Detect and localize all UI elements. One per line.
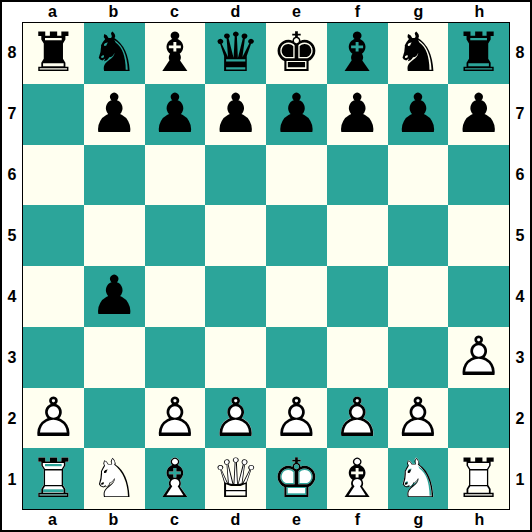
file-label-bottom-d: d bbox=[205, 510, 266, 530]
piece-black-pawn[interactable]: ♟ bbox=[84, 84, 145, 145]
square-g6[interactable] bbox=[388, 145, 449, 206]
piece-black-rook[interactable]: ♜ bbox=[448, 23, 509, 84]
square-f8[interactable]: ♝ bbox=[327, 23, 388, 84]
square-h8[interactable]: ♜ bbox=[448, 23, 509, 84]
square-h2[interactable] bbox=[448, 388, 509, 449]
square-f2[interactable]: ♟♙ bbox=[327, 388, 388, 449]
square-e7[interactable]: ♟ bbox=[266, 84, 327, 145]
square-c8[interactable]: ♝ bbox=[145, 23, 206, 84]
square-c2[interactable]: ♟♙ bbox=[145, 388, 206, 449]
file-label-bottom-c: c bbox=[144, 510, 205, 530]
piece-white-rook[interactable]: ♜♖ bbox=[448, 448, 509, 509]
rank-label-right-8: 8 bbox=[510, 22, 530, 83]
rank-label-left-6: 6 bbox=[2, 144, 22, 205]
rank-label-left-7: 7 bbox=[2, 83, 22, 144]
square-a3[interactable] bbox=[23, 327, 84, 388]
piece-black-pawn[interactable]: ♟ bbox=[145, 84, 206, 145]
file-label-top-d: d bbox=[205, 2, 266, 22]
square-h1[interactable]: ♜♖ bbox=[448, 448, 509, 509]
square-a7[interactable] bbox=[23, 84, 84, 145]
rank-label-right-2: 2 bbox=[510, 388, 530, 449]
file-label-top-c: c bbox=[144, 2, 205, 22]
piece-black-pawn[interactable]: ♟ bbox=[84, 266, 145, 327]
square-g2[interactable]: ♟♙ bbox=[388, 388, 449, 449]
square-h7[interactable]: ♟ bbox=[448, 84, 509, 145]
square-b6[interactable] bbox=[84, 145, 145, 206]
piece-white-king[interactable]: ♚♔ bbox=[266, 448, 327, 509]
square-g3[interactable] bbox=[388, 327, 449, 388]
square-a6[interactable] bbox=[23, 145, 84, 206]
square-f5[interactable] bbox=[327, 205, 388, 266]
square-b5[interactable] bbox=[84, 205, 145, 266]
square-d2[interactable]: ♟♙ bbox=[205, 388, 266, 449]
square-h6[interactable] bbox=[448, 145, 509, 206]
chess-board: ♜♞♝♛♚♝♞♜♟♟♟♟♟♟♟♟♟♙♟♙♟♙♟♙♟♙♟♙♟♙♜♖♞♘♝♗♛♕♚♔… bbox=[22, 22, 510, 510]
rank-label-right-4: 4 bbox=[510, 266, 530, 327]
file-label-top-b: b bbox=[83, 2, 144, 22]
file-label-bottom-b: b bbox=[83, 510, 144, 530]
piece-black-pawn[interactable]: ♟ bbox=[266, 84, 327, 145]
piece-black-queen[interactable]: ♛ bbox=[205, 23, 266, 84]
square-c5[interactable] bbox=[145, 205, 206, 266]
square-g5[interactable] bbox=[388, 205, 449, 266]
file-label-bottom-f: f bbox=[327, 510, 388, 530]
rank-label-right-6: 6 bbox=[510, 144, 530, 205]
piece-white-pawn[interactable]: ♟♙ bbox=[145, 388, 206, 449]
square-f1[interactable]: ♝♗ bbox=[327, 448, 388, 509]
square-g1[interactable]: ♞♘ bbox=[388, 448, 449, 509]
square-e4[interactable] bbox=[266, 266, 327, 327]
rank-label-left-5: 5 bbox=[2, 205, 22, 266]
square-d6[interactable] bbox=[205, 145, 266, 206]
piece-white-knight[interactable]: ♞♘ bbox=[388, 448, 449, 509]
piece-white-queen[interactable]: ♛♕ bbox=[205, 448, 266, 509]
square-a5[interactable] bbox=[23, 205, 84, 266]
piece-white-pawn[interactable]: ♟♙ bbox=[205, 388, 266, 449]
piece-white-pawn[interactable]: ♟♙ bbox=[388, 388, 449, 449]
rank-label-left-8: 8 bbox=[2, 22, 22, 83]
square-d5[interactable] bbox=[205, 205, 266, 266]
piece-white-pawn[interactable]: ♟♙ bbox=[327, 388, 388, 449]
square-e3[interactable] bbox=[266, 327, 327, 388]
square-b8[interactable]: ♞ bbox=[84, 23, 145, 84]
piece-black-bishop[interactable]: ♝ bbox=[327, 23, 388, 84]
square-b2[interactable] bbox=[84, 388, 145, 449]
square-a8[interactable]: ♜ bbox=[23, 23, 84, 84]
chessboard-screenshot: ♜♞♝♛♚♝♞♜♟♟♟♟♟♟♟♟♟♙♟♙♟♙♟♙♟♙♟♙♟♙♜♖♞♘♝♗♛♕♚♔… bbox=[0, 0, 532, 532]
square-f6[interactable] bbox=[327, 145, 388, 206]
piece-black-bishop[interactable]: ♝ bbox=[145, 23, 206, 84]
square-c6[interactable] bbox=[145, 145, 206, 206]
file-label-bottom-h: h bbox=[449, 510, 510, 530]
rank-label-right-5: 5 bbox=[510, 205, 530, 266]
rank-label-left-3: 3 bbox=[2, 327, 22, 388]
piece-black-pawn[interactable]: ♟ bbox=[388, 84, 449, 145]
square-e6[interactable] bbox=[266, 145, 327, 206]
square-h4[interactable] bbox=[448, 266, 509, 327]
square-d8[interactable]: ♛ bbox=[205, 23, 266, 84]
piece-black-pawn[interactable]: ♟ bbox=[327, 84, 388, 145]
square-e8[interactable]: ♚ bbox=[266, 23, 327, 84]
square-a4[interactable] bbox=[23, 266, 84, 327]
square-d4[interactable] bbox=[205, 266, 266, 327]
file-label-bottom-e: e bbox=[266, 510, 327, 530]
rank-label-right-3: 3 bbox=[510, 327, 530, 388]
square-a1[interactable]: ♜♖ bbox=[23, 448, 84, 509]
square-b4[interactable]: ♟ bbox=[84, 266, 145, 327]
piece-white-pawn[interactable]: ♟♙ bbox=[266, 388, 327, 449]
piece-white-rook[interactable]: ♜♖ bbox=[23, 448, 84, 509]
square-d1[interactable]: ♛♕ bbox=[205, 448, 266, 509]
square-f4[interactable] bbox=[327, 266, 388, 327]
square-g4[interactable] bbox=[388, 266, 449, 327]
piece-black-knight[interactable]: ♞ bbox=[388, 23, 449, 84]
file-label-top-f: f bbox=[327, 2, 388, 22]
piece-black-pawn[interactable]: ♟ bbox=[448, 84, 509, 145]
piece-white-knight[interactable]: ♞♘ bbox=[84, 448, 145, 509]
piece-black-king[interactable]: ♚ bbox=[266, 23, 327, 84]
square-b7[interactable]: ♟ bbox=[84, 84, 145, 145]
piece-black-knight[interactable]: ♞ bbox=[84, 23, 145, 84]
square-h5[interactable] bbox=[448, 205, 509, 266]
file-label-top-h: h bbox=[449, 2, 510, 22]
square-f3[interactable] bbox=[327, 327, 388, 388]
square-d3[interactable] bbox=[205, 327, 266, 388]
square-e2[interactable]: ♟♙ bbox=[266, 388, 327, 449]
square-h3[interactable]: ♟♙ bbox=[448, 327, 509, 388]
piece-black-pawn[interactable]: ♟ bbox=[205, 84, 266, 145]
piece-white-pawn[interactable]: ♟♙ bbox=[23, 388, 84, 449]
square-c3[interactable] bbox=[145, 327, 206, 388]
file-label-bottom-g: g bbox=[388, 510, 449, 530]
square-a2[interactable]: ♟♙ bbox=[23, 388, 84, 449]
rank-label-left-1: 1 bbox=[2, 449, 22, 510]
square-e1[interactable]: ♚♔ bbox=[266, 448, 327, 509]
square-f7[interactable]: ♟ bbox=[327, 84, 388, 145]
file-label-top-a: a bbox=[22, 2, 83, 22]
square-e5[interactable] bbox=[266, 205, 327, 266]
square-c1[interactable]: ♝♗ bbox=[145, 448, 206, 509]
file-label-top-e: e bbox=[266, 2, 327, 22]
rank-label-right-1: 1 bbox=[510, 449, 530, 510]
piece-white-bishop[interactable]: ♝♗ bbox=[145, 448, 206, 509]
rank-label-left-2: 2 bbox=[2, 388, 22, 449]
square-b3[interactable] bbox=[84, 327, 145, 388]
square-g7[interactable]: ♟ bbox=[388, 84, 449, 145]
piece-white-pawn[interactable]: ♟♙ bbox=[448, 327, 509, 388]
rank-label-left-4: 4 bbox=[2, 266, 22, 327]
rank-label-right-7: 7 bbox=[510, 83, 530, 144]
piece-white-bishop[interactable]: ♝♗ bbox=[327, 448, 388, 509]
square-d7[interactable]: ♟ bbox=[205, 84, 266, 145]
square-b1[interactable]: ♞♘ bbox=[84, 448, 145, 509]
square-g8[interactable]: ♞ bbox=[388, 23, 449, 84]
square-c7[interactable]: ♟ bbox=[145, 84, 206, 145]
file-label-top-g: g bbox=[388, 2, 449, 22]
square-c4[interactable] bbox=[145, 266, 206, 327]
file-label-bottom-a: a bbox=[22, 510, 83, 530]
piece-black-rook[interactable]: ♜ bbox=[23, 23, 84, 84]
